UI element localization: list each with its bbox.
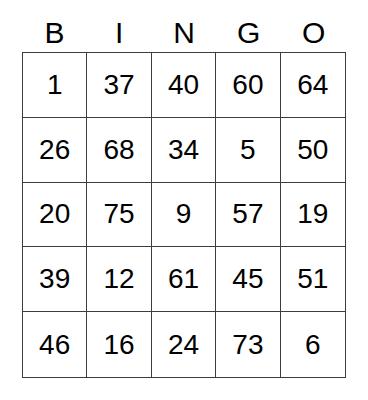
bingo-cell-r3c2[interactable]: 75 — [87, 183, 151, 248]
header-letter-b: B — [22, 14, 87, 52]
bingo-grid: 1 37 40 60 64 26 68 34 5 50 20 75 9 57 1… — [22, 52, 346, 378]
bingo-cell-r1c1[interactable]: 1 — [23, 53, 87, 118]
bingo-cell-r3c5[interactable]: 19 — [281, 183, 345, 248]
bingo-cell-r5c3[interactable]: 24 — [152, 312, 216, 377]
bingo-cell-r4c2[interactable]: 12 — [87, 247, 151, 312]
bingo-cell-r1c4[interactable]: 60 — [216, 53, 280, 118]
bingo-cell-r4c3[interactable]: 61 — [152, 247, 216, 312]
bingo-cell-r2c1[interactable]: 26 — [23, 118, 87, 183]
header-letter-g: G — [216, 14, 281, 52]
bingo-cell-r1c5[interactable]: 64 — [281, 53, 345, 118]
bingo-cell-r4c5[interactable]: 51 — [281, 247, 345, 312]
bingo-cell-r5c5[interactable]: 6 — [281, 312, 345, 377]
header-letter-o: O — [281, 14, 346, 52]
bingo-cell-r3c1[interactable]: 20 — [23, 183, 87, 248]
bingo-cell-r2c5[interactable]: 50 — [281, 118, 345, 183]
bingo-cell-r3c4[interactable]: 57 — [216, 183, 280, 248]
bingo-cell-r5c4[interactable]: 73 — [216, 312, 280, 377]
bingo-cell-r5c1[interactable]: 46 — [23, 312, 87, 377]
header-letter-i: I — [87, 14, 152, 52]
bingo-cell-r2c4[interactable]: 5 — [216, 118, 280, 183]
bingo-cell-r3c3[interactable]: 9 — [152, 183, 216, 248]
bingo-card: B I N G O 1 37 40 60 64 26 68 34 5 50 20… — [0, 0, 368, 400]
bingo-cell-r5c2[interactable]: 16 — [87, 312, 151, 377]
bingo-cell-r4c1[interactable]: 39 — [23, 247, 87, 312]
bingo-cell-r1c2[interactable]: 37 — [87, 53, 151, 118]
bingo-cell-r1c3[interactable]: 40 — [152, 53, 216, 118]
bingo-cell-r4c4[interactable]: 45 — [216, 247, 280, 312]
bingo-cell-r2c3[interactable]: 34 — [152, 118, 216, 183]
header-letter-n: N — [152, 14, 217, 52]
bingo-cell-r2c2[interactable]: 68 — [87, 118, 151, 183]
bingo-header: B I N G O — [22, 14, 346, 52]
